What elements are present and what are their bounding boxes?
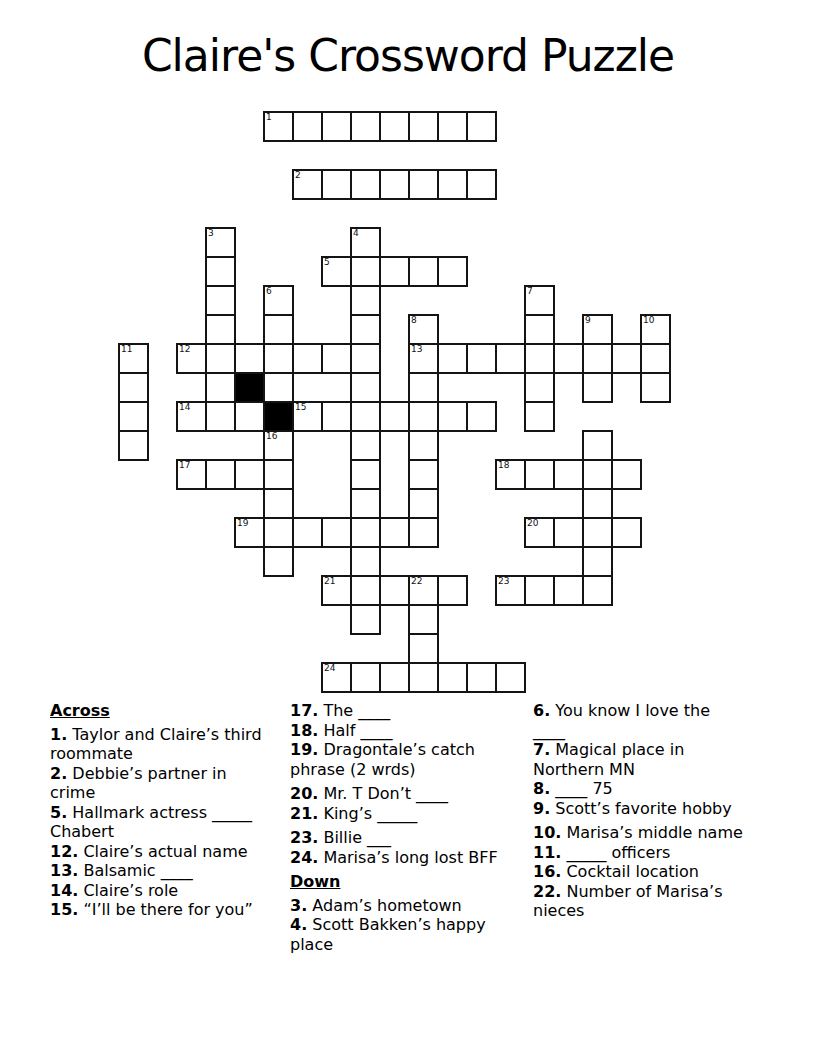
clue-number: 4. [290,915,307,934]
grid-cell[interactable] [350,488,381,519]
grid-cell[interactable] [350,372,381,403]
grid-cell[interactable] [321,169,352,200]
clue-9: 9. Scott’s favorite hobby [533,799,743,819]
grid-cell[interactable] [205,401,236,432]
grid-cell[interactable] [437,343,468,374]
grid-cell[interactable] [611,343,642,374]
cell-number: 14 [179,402,190,413]
grid-cell[interactable] [234,343,265,374]
cell-number: 10 [643,315,654,326]
grid-cell[interactable] [321,517,352,548]
grid-cell[interactable]: 22 [408,575,439,606]
grid-cell[interactable] [495,343,526,374]
grid-cell[interactable] [582,430,613,461]
grid-cell[interactable]: 23 [495,575,526,606]
grid-cell[interactable] [205,285,236,316]
grid-cell[interactable] [582,343,613,374]
clue-number: 6. [533,701,550,720]
grid-cell[interactable] [466,662,497,693]
grid-cell[interactable] [640,372,671,403]
clue-column-middle: 17. The ____18. Half ____19. Dragontale’… [290,701,518,954]
cell-number: 15 [295,402,306,413]
clue-13: 13. Balsamic ____ [50,861,264,881]
grid-cell[interactable]: 2 [292,169,323,200]
grid-cell[interactable] [582,546,613,577]
clue-number: 8. [533,779,550,798]
grid-cell[interactable] [466,343,497,374]
grid-cell[interactable] [611,459,642,490]
grid-cell[interactable] [611,517,642,548]
clue-7: 7. Magical place in Northern MN [533,740,743,779]
clue-number: 18. [290,721,318,740]
grid-cell[interactable]: 7 [524,285,555,316]
black-cell [234,372,265,403]
grid-cell[interactable] [350,604,381,635]
grid-cell[interactable] [350,575,381,606]
cell-number: 5 [324,257,330,268]
clue-21: 21. King’s _____ [290,804,518,824]
cell-number: 20 [527,518,538,529]
cell-number: 21 [324,576,335,587]
grid-cell[interactable] [437,575,468,606]
clue-14: 14. Claire’s role [50,881,264,901]
clue-24: 24. Marisa’s long lost BFF [290,848,518,868]
grid-cell[interactable] [205,372,236,403]
grid-cell[interactable] [379,169,410,200]
grid-cell[interactable] [408,111,439,142]
grid-cell[interactable]: 17 [176,459,207,490]
page-title: Claire's Crossword Puzzle [0,30,816,81]
clue-19: 19. Dragontale’s catch phrase (2 wrds) [290,740,518,779]
cell-number: 11 [121,344,132,355]
grid-cell[interactable] [292,111,323,142]
grid-cell[interactable] [263,314,294,345]
grid-cell[interactable] [408,662,439,693]
grid-cell[interactable] [466,169,497,200]
grid-cell[interactable] [408,488,439,519]
grid-cell[interactable] [350,111,381,142]
grid-cell[interactable]: 19 [234,517,265,548]
cell-number: 2 [295,170,301,181]
cell-number: 24 [324,663,335,674]
clue-number: 3. [290,896,307,915]
grid-cell[interactable] [263,517,294,548]
cell-number: 23 [498,576,509,587]
cell-number: 16 [266,431,277,442]
grid-cell[interactable]: 10 [640,314,671,345]
down-header: Down [290,872,518,892]
clue-number: 23. [290,828,318,847]
grid-cell[interactable] [437,401,468,432]
grid-cell[interactable] [234,459,265,490]
grid-cell[interactable]: 5 [321,256,352,287]
clue-number: 12. [50,842,78,861]
grid-cell[interactable] [205,256,236,287]
grid-cell[interactable] [437,169,468,200]
clue-number: 13. [50,861,78,880]
grid-cell[interactable]: 14 [176,401,207,432]
grid-cell[interactable] [234,401,265,432]
grid-cell[interactable] [582,575,613,606]
grid-cell[interactable]: 20 [524,517,555,548]
grid-cell[interactable] [379,256,410,287]
grid-cell[interactable] [582,488,613,519]
grid-cell[interactable]: 24 [321,662,352,693]
grid-cell[interactable]: 8 [408,314,439,345]
clue-8: 8. ____ 75 [533,779,743,799]
grid-cell[interactable] [321,111,352,142]
clue-number: 20. [290,784,318,803]
grid-cell[interactable] [408,430,439,461]
grid-cell[interactable] [350,430,381,461]
clue-20: 20. Mr. T Don’t ____ [290,784,518,804]
clue-number: 15. [50,900,78,919]
clue-16: 16. Cocktail location [533,862,743,882]
grid-cell[interactable]: 1 [263,111,294,142]
clue-2: 2. Debbie’s partner in crime [50,764,264,803]
grid-cell[interactable]: 13 [408,343,439,374]
cell-number: 6 [266,286,272,297]
clue-number: 1. [50,725,67,744]
black-cell [263,401,294,432]
clue-column-right: 6. You know I love the ____7. Magical pl… [533,701,743,921]
grid-cell[interactable]: 15 [292,401,323,432]
grid-cell[interactable]: 11 [118,343,149,374]
cell-number: 18 [498,460,509,471]
cell-number: 19 [237,518,248,529]
clue-column-across: Across1. Taylor and Claire’s third roomm… [50,701,264,920]
grid-cell[interactable] [350,314,381,345]
grid-cell[interactable] [379,401,410,432]
grid-cell[interactable] [321,343,352,374]
clue-1: 1. Taylor and Claire’s third roommate [50,725,264,764]
grid-cell[interactable] [350,662,381,693]
grid-cell[interactable] [379,662,410,693]
clue-12: 12. Claire’s actual name [50,842,264,862]
grid-cell[interactable]: 9 [582,314,613,345]
clue-number: 2. [50,764,67,783]
clue-number: 9. [533,799,550,818]
grid-cell[interactable] [408,459,439,490]
clue-15: 15. “I’ll be there for you” [50,900,264,920]
clue-6: 6. You know I love the ____ [533,701,743,740]
grid-cell[interactable] [466,111,497,142]
clue-5: 5. Hallmark actress _____ Chabert [50,803,264,842]
grid-cell[interactable] [205,343,236,374]
clue-22: 22. Number of Marisa’s nieces [533,882,743,921]
grid-cell[interactable] [205,459,236,490]
grid-cell[interactable] [553,575,584,606]
clue-number: 11. [533,843,561,862]
grid-cell[interactable] [524,459,555,490]
cell-number: 8 [411,315,417,326]
grid-cell[interactable] [350,401,381,432]
clue-17: 17. The ____ [290,701,518,721]
clue-18: 18. Half ____ [290,721,518,741]
clue-number: 7. [533,740,550,759]
grid-cell[interactable] [350,285,381,316]
grid-cell[interactable] [350,546,381,577]
grid-cell[interactable] [408,372,439,403]
grid-cell[interactable] [408,633,439,664]
grid-cell[interactable] [350,169,381,200]
grid-cell[interactable] [495,662,526,693]
across-header: Across [50,701,264,721]
clue-4: 4. Scott Bakken’s happy place [290,915,518,954]
grid-cell[interactable] [408,169,439,200]
grid-cell[interactable]: 12 [176,343,207,374]
clue-23: 23. Billie ___ [290,828,518,848]
cell-number: 9 [585,315,591,326]
clue-number: 5. [50,803,67,822]
grid-cell[interactable] [118,372,149,403]
grid-cell[interactable] [553,517,584,548]
clue-number: 17. [290,701,318,720]
grid-cell[interactable] [408,604,439,635]
grid-cell[interactable] [350,517,381,548]
grid-cell[interactable]: 18 [495,459,526,490]
grid-cell[interactable]: 4 [350,227,381,258]
grid-cell[interactable] [437,256,468,287]
grid-cell[interactable] [350,459,381,490]
clue-3: 3. Adam’s hometown [290,896,518,916]
grid-cell[interactable] [408,517,439,548]
grid-cell[interactable] [437,111,468,142]
grid-cell[interactable] [524,401,555,432]
grid-cell[interactable]: 3 [205,227,236,258]
grid-cell[interactable] [524,575,555,606]
clue-number: 16. [533,862,561,881]
grid-cell[interactable] [379,575,410,606]
grid-cell[interactable]: 16 [263,430,294,461]
grid-cell[interactable]: 6 [263,285,294,316]
clue-number: 10. [533,823,561,842]
grid-cell[interactable]: 21 [321,575,352,606]
crossword-grid: 123456789101112131415161718192021222324 [118,111,674,697]
cell-number: 12 [179,344,190,355]
cell-number: 3 [208,228,214,239]
crossword-page: Claire's Crossword Puzzle 12345678910111… [0,0,816,1056]
cell-number: 17 [179,460,190,471]
grid-cell[interactable] [263,546,294,577]
cell-number: 1 [266,112,272,123]
cell-number: 7 [527,286,533,297]
clue-11: 11. _____ officers [533,843,743,863]
clue-number: 21. [290,804,318,823]
grid-cell[interactable] [524,372,555,403]
grid-cell[interactable] [263,372,294,403]
clue-number: 14. [50,881,78,900]
clue-number: 24. [290,848,318,867]
grid-cell[interactable] [640,343,671,374]
grid-cell[interactable] [437,662,468,693]
cell-number: 4 [353,228,359,239]
grid-cell[interactable] [553,343,584,374]
grid-cell[interactable] [582,372,613,403]
grid-cell[interactable] [379,111,410,142]
grid-cell[interactable] [263,459,294,490]
grid-cell[interactable] [263,343,294,374]
grid-cell[interactable] [118,430,149,461]
grid-cell[interactable] [350,256,381,287]
clue-number: 19. [290,740,318,759]
clue-number: 22. [533,882,561,901]
grid-cell[interactable] [582,459,613,490]
grid-cell[interactable] [263,488,294,519]
grid-cell[interactable] [118,401,149,432]
grid-cell[interactable] [292,517,323,548]
grid-cell[interactable] [205,314,236,345]
grid-cell[interactable] [524,343,555,374]
grid-cell[interactable] [553,459,584,490]
grid-cell[interactable] [408,401,439,432]
grid-cell[interactable] [582,517,613,548]
grid-cell[interactable] [466,401,497,432]
cell-number: 22 [411,576,422,587]
grid-cell[interactable] [379,517,410,548]
grid-cell[interactable] [321,401,352,432]
grid-cell[interactable] [524,314,555,345]
cell-number: 13 [411,344,422,355]
clue-10: 10. Marisa’s middle name [533,823,743,843]
grid-cell[interactable] [292,343,323,374]
grid-cell[interactable] [408,256,439,287]
grid-cell[interactable] [350,343,381,374]
